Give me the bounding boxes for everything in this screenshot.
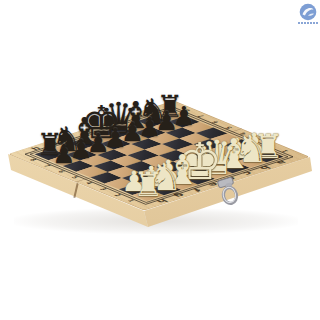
watermark-logo [299, 3, 317, 21]
product-photo: hgfedcba hgfedcba 87654321 87654321 ♜♞♟♝… [0, 0, 320, 320]
pieces-layer: ♜♞♟♝♟♛♟♚♟♝♟♞♟♟♜♟♟♜♟♟♞♟♝♟♛♟♚♟♝♟♞♜ [0, 0, 320, 320]
metal-clasp-icon [212, 176, 248, 210]
piece-bp-h7: ♟ [52, 141, 75, 167]
watermark-caption [298, 22, 318, 24]
piece-wr-h1: ♜ [133, 169, 163, 203]
